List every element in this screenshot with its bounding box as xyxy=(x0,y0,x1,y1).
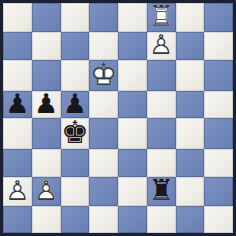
square-a5[interactable]: ♟ xyxy=(3,91,32,119)
square-d5[interactable] xyxy=(89,91,118,119)
square-b6[interactable] xyxy=(32,60,61,91)
square-a2[interactable]: ♟♙ xyxy=(3,177,32,206)
piece-bR[interactable]: ♜ xyxy=(147,177,176,206)
square-d2[interactable] xyxy=(89,177,118,206)
square-a4[interactable] xyxy=(3,118,32,149)
black-piece-body: ♟ xyxy=(34,90,58,117)
square-e4[interactable] xyxy=(118,118,147,149)
square-d3[interactable] xyxy=(89,149,118,177)
white-piece-fill: ♟ xyxy=(34,177,58,204)
square-f6[interactable] xyxy=(147,60,176,91)
square-f2[interactable]: ♜ xyxy=(147,177,176,206)
square-e5[interactable] xyxy=(118,91,147,119)
square-e8[interactable] xyxy=(118,3,147,32)
piece-bK[interactable]: ♚ xyxy=(61,118,90,149)
white-piece-fill: ♜ xyxy=(148,2,174,31)
square-g7[interactable] xyxy=(176,32,205,60)
square-g5[interactable] xyxy=(176,91,205,119)
square-h6[interactable] xyxy=(204,60,233,91)
square-c4[interactable]: ♚ xyxy=(61,118,90,149)
piece-bP[interactable]: ♟ xyxy=(61,91,90,119)
square-c6[interactable] xyxy=(61,60,90,91)
square-a7[interactable] xyxy=(3,32,32,60)
black-piece-body: ♜ xyxy=(148,176,174,205)
white-piece-fill: ♟ xyxy=(149,31,173,58)
square-f1[interactable] xyxy=(147,206,176,234)
square-h3[interactable] xyxy=(204,149,233,177)
square-c5[interactable]: ♟ xyxy=(61,91,90,119)
white-piece-outline: ♙ xyxy=(149,31,173,58)
square-e1[interactable] xyxy=(118,206,147,234)
piece-wR[interactable]: ♜♖ xyxy=(147,3,176,32)
square-a1[interactable] xyxy=(3,206,32,234)
white-piece-fill: ♚ xyxy=(90,59,118,90)
square-d1[interactable] xyxy=(89,206,118,234)
square-c1[interactable] xyxy=(61,206,90,234)
square-e7[interactable] xyxy=(118,32,147,60)
square-a8[interactable] xyxy=(3,3,32,32)
black-piece-body: ♟ xyxy=(5,90,29,117)
piece-wP[interactable]: ♟♙ xyxy=(3,177,32,206)
square-c7[interactable] xyxy=(61,32,90,60)
piece-bP[interactable]: ♟ xyxy=(3,91,32,119)
white-piece-outline: ♖ xyxy=(148,2,174,31)
square-b7[interactable] xyxy=(32,32,61,60)
piece-wK[interactable]: ♚♔ xyxy=(89,60,118,91)
white-piece-outline: ♙ xyxy=(34,177,58,204)
square-a6[interactable] xyxy=(3,60,32,91)
square-f3[interactable] xyxy=(147,149,176,177)
square-f4[interactable] xyxy=(147,118,176,149)
black-piece-body: ♚ xyxy=(61,117,89,148)
square-g2[interactable] xyxy=(176,177,205,206)
square-g4[interactable] xyxy=(176,118,205,149)
square-d8[interactable] xyxy=(89,3,118,32)
square-g3[interactable] xyxy=(176,149,205,177)
square-h2[interactable] xyxy=(204,177,233,206)
square-d4[interactable] xyxy=(89,118,118,149)
square-f7[interactable]: ♟♙ xyxy=(147,32,176,60)
square-b5[interactable]: ♟ xyxy=(32,91,61,119)
piece-wP[interactable]: ♟♙ xyxy=(147,32,176,60)
white-piece-outline: ♙ xyxy=(5,177,29,204)
square-b1[interactable] xyxy=(32,206,61,234)
square-h4[interactable] xyxy=(204,118,233,149)
square-h8[interactable] xyxy=(204,3,233,32)
square-c2[interactable] xyxy=(61,177,90,206)
piece-bP[interactable]: ♟ xyxy=(32,91,61,119)
square-f5[interactable] xyxy=(147,91,176,119)
piece-wP[interactable]: ♟♙ xyxy=(32,177,61,206)
square-e2[interactable] xyxy=(118,177,147,206)
square-b4[interactable] xyxy=(32,118,61,149)
square-d7[interactable] xyxy=(89,32,118,60)
square-b2[interactable]: ♟♙ xyxy=(32,177,61,206)
square-g8[interactable] xyxy=(176,3,205,32)
square-h1[interactable] xyxy=(204,206,233,234)
white-piece-fill: ♟ xyxy=(5,177,29,204)
square-e3[interactable] xyxy=(118,149,147,177)
square-h5[interactable] xyxy=(204,91,233,119)
chess-board: ♜♖♟♙♚♔♟♟♟♚♟♙♟♙♜ xyxy=(0,0,236,236)
white-piece-outline: ♔ xyxy=(90,59,118,90)
square-c3[interactable] xyxy=(61,149,90,177)
square-d6[interactable]: ♚♔ xyxy=(89,60,118,91)
square-g1[interactable] xyxy=(176,206,205,234)
square-b3[interactable] xyxy=(32,149,61,177)
square-f8[interactable]: ♜♖ xyxy=(147,3,176,32)
square-b8[interactable] xyxy=(32,3,61,32)
square-a3[interactable] xyxy=(3,149,32,177)
square-h7[interactable] xyxy=(204,32,233,60)
square-c8[interactable] xyxy=(61,3,90,32)
square-e6[interactable] xyxy=(118,60,147,91)
square-g6[interactable] xyxy=(176,60,205,91)
black-piece-body: ♟ xyxy=(63,90,87,117)
